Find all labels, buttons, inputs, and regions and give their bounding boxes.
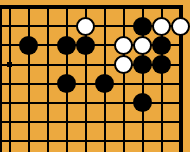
white-stone [152,17,171,36]
white-stone [171,17,190,36]
white-stone [114,36,133,55]
black-stone [152,55,171,74]
black-stone [133,93,152,112]
go-diagram [0,0,190,152]
black-stone [57,74,76,93]
white-stone [76,17,95,36]
black-stone [152,36,171,55]
go-board[interactable] [0,0,190,152]
black-stone [57,36,76,55]
black-stone [133,17,152,36]
white-stone [133,36,152,55]
white-stone [114,55,133,74]
black-stone [19,36,38,55]
black-stone [133,55,152,74]
black-stone [76,36,95,55]
black-stone [95,74,114,93]
stones-layer [0,0,190,151]
